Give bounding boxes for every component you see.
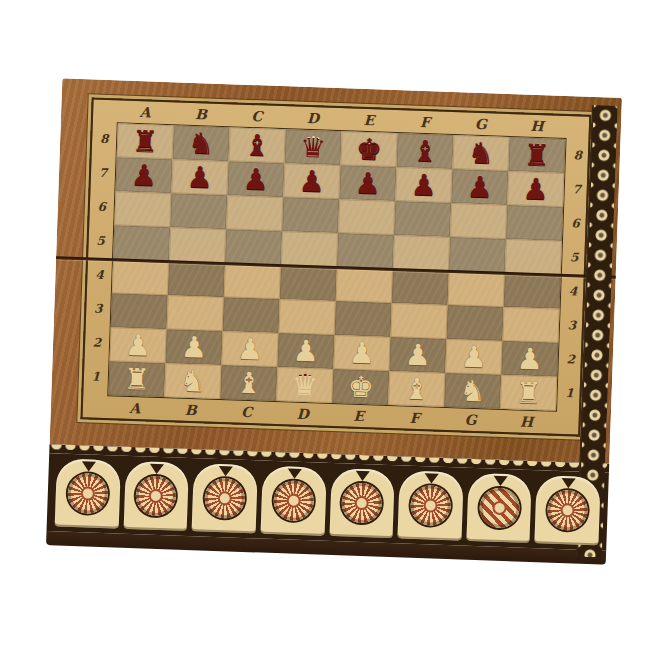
file-label-b-bottom: B xyxy=(162,398,219,422)
square-f5[interactable] xyxy=(392,235,449,271)
square-h1[interactable]: ♜ xyxy=(500,375,557,411)
sunburst-rosette-icon xyxy=(135,475,176,516)
rank-label-2-right: 2 xyxy=(558,342,583,377)
square-b5[interactable] xyxy=(169,227,226,263)
piece-light-pawn[interactable]: ♟ xyxy=(292,334,319,369)
pineapple-rosette-icon xyxy=(478,487,519,528)
square-a3[interactable] xyxy=(110,293,167,329)
piece-light-bishop[interactable]: ♝ xyxy=(403,371,430,406)
piece-dark-knight[interactable]: ♞ xyxy=(187,126,214,161)
square-g6[interactable] xyxy=(450,203,507,239)
rank-label-7-left: 7 xyxy=(90,155,115,190)
square-b1[interactable]: ♞ xyxy=(164,363,221,399)
piece-light-pawn[interactable]: ♟ xyxy=(236,332,263,367)
square-e1[interactable]: ♚ xyxy=(332,369,389,405)
rank-label-5-left: 5 xyxy=(88,223,113,258)
frame-corner xyxy=(82,395,107,418)
piece-dark-pawn[interactable]: ♟ xyxy=(354,166,381,201)
piece-dark-bishop[interactable]: ♝ xyxy=(243,128,270,163)
file-label-e-bottom: E xyxy=(330,404,387,428)
piece-dark-pawn[interactable]: ♟ xyxy=(522,172,549,207)
rank-label-7-right: 7 xyxy=(564,172,589,207)
square-c2[interactable]: ♟ xyxy=(221,331,278,367)
piece-light-rook[interactable]: ♜ xyxy=(515,375,542,410)
square-e5[interactable] xyxy=(336,233,393,269)
sunburst-rosette-icon xyxy=(409,485,450,526)
piece-dark-knight[interactable]: ♞ xyxy=(467,136,494,171)
file-label-h-bottom: H xyxy=(498,410,555,434)
file-label-b-top: B xyxy=(172,102,229,126)
square-b4[interactable] xyxy=(167,261,224,297)
square-a5[interactable] xyxy=(113,225,170,261)
square-d3[interactable] xyxy=(278,299,335,335)
rank-label-4-left: 4 xyxy=(86,257,111,292)
square-h6[interactable] xyxy=(505,205,562,241)
wooden-box: ABCDEFGH 87654321 ♜♞♝♛♚♝♞♜♟♟♟♟♟♟♟♟♟♟♟♟♟♟… xyxy=(49,78,621,463)
piece-light-pawn[interactable]: ♟ xyxy=(460,339,487,374)
square-h4[interactable] xyxy=(503,273,560,309)
piece-dark-pawn[interactable]: ♟ xyxy=(410,168,437,203)
arch-ornament xyxy=(54,458,120,528)
square-a7[interactable]: ♟ xyxy=(115,157,172,193)
square-b3[interactable] xyxy=(166,295,223,331)
rank-label-3-right: 3 xyxy=(559,308,584,343)
square-d4[interactable] xyxy=(279,265,336,301)
square-d8[interactable]: ♛ xyxy=(284,129,341,165)
file-label-f-bottom: F xyxy=(386,406,443,430)
rank-label-5-right: 5 xyxy=(561,240,586,275)
piece-dark-pawn[interactable]: ♟ xyxy=(186,160,213,195)
square-d5[interactable] xyxy=(280,231,337,267)
square-g5[interactable] xyxy=(448,237,505,273)
square-f2[interactable]: ♟ xyxy=(389,337,446,373)
file-label-c-bottom: C xyxy=(218,400,275,424)
square-b8[interactable]: ♞ xyxy=(172,125,229,161)
sunburst-rosette-icon xyxy=(341,482,382,523)
square-c3[interactable] xyxy=(222,297,279,333)
square-e2[interactable]: ♟ xyxy=(333,335,390,371)
rank-label-1-right: 1 xyxy=(557,376,582,411)
square-g4[interactable] xyxy=(447,271,504,307)
piece-light-rook[interactable]: ♜ xyxy=(123,362,150,397)
square-f1[interactable]: ♝ xyxy=(388,371,445,407)
piece-dark-pawn[interactable]: ♟ xyxy=(130,158,157,193)
file-label-f-top: F xyxy=(396,110,453,134)
frame-corner xyxy=(564,116,589,139)
rank-label-4-right: 4 xyxy=(560,274,585,309)
piece-dark-rook[interactable]: ♜ xyxy=(523,138,550,173)
rank-label-6-left: 6 xyxy=(89,189,114,224)
piece-light-pawn[interactable]: ♟ xyxy=(404,338,431,373)
chess-set-scene: ABCDEFGH 87654321 ♜♞♝♛♚♝♞♜♟♟♟♟♟♟♟♟♟♟♟♟♟♟… xyxy=(16,77,652,565)
square-b2[interactable]: ♟ xyxy=(165,329,222,365)
piece-light-queen[interactable]: ♛ xyxy=(291,368,318,403)
arch-ornament xyxy=(534,475,600,545)
square-h2[interactable]: ♟ xyxy=(501,341,558,377)
piece-dark-pawn[interactable]: ♟ xyxy=(298,164,325,199)
file-label-g-bottom: G xyxy=(442,408,499,432)
square-d7[interactable]: ♟ xyxy=(283,163,340,199)
file-label-g-top: G xyxy=(452,112,509,136)
square-f3[interactable] xyxy=(390,303,447,339)
piece-light-pawn[interactable]: ♟ xyxy=(516,341,543,376)
square-a8[interactable]: ♜ xyxy=(116,123,173,159)
square-g1[interactable]: ♞ xyxy=(444,373,501,409)
piece-light-knight[interactable]: ♞ xyxy=(459,373,486,408)
square-d2[interactable]: ♟ xyxy=(277,333,334,369)
square-e8[interactable]: ♚ xyxy=(340,131,397,167)
piece-light-king[interactable]: ♚ xyxy=(347,370,374,405)
file-label-c-top: C xyxy=(228,104,285,128)
piece-dark-pawn[interactable]: ♟ xyxy=(242,162,269,197)
square-h3[interactable] xyxy=(502,307,559,343)
file-label-a-top: A xyxy=(116,100,173,124)
square-h5[interactable] xyxy=(504,239,561,275)
square-f8[interactable]: ♝ xyxy=(396,133,453,169)
piece-light-pawn[interactable]: ♟ xyxy=(348,336,375,371)
square-c1[interactable]: ♝ xyxy=(220,365,277,401)
square-e3[interactable] xyxy=(334,301,391,337)
rank-label-3-left: 3 xyxy=(85,291,110,326)
arch-ornament xyxy=(260,466,326,536)
sunburst-rosette-icon xyxy=(66,473,107,514)
arch-ornament xyxy=(191,463,257,533)
square-d6[interactable] xyxy=(282,197,339,233)
square-a2[interactable]: ♟ xyxy=(109,327,166,363)
file-label-e-top: E xyxy=(340,108,397,132)
square-g3[interactable] xyxy=(446,305,503,341)
square-f6[interactable] xyxy=(394,201,451,237)
square-g7[interactable]: ♟ xyxy=(451,169,508,205)
arch-ornament xyxy=(329,468,395,538)
square-h7[interactable]: ♟ xyxy=(507,171,564,207)
rank-label-6-right: 6 xyxy=(562,206,587,241)
square-f4[interactable] xyxy=(391,269,448,305)
piece-dark-king[interactable]: ♚ xyxy=(355,132,382,167)
square-c4[interactable] xyxy=(223,263,280,299)
arch-ornament xyxy=(123,461,189,531)
square-b7[interactable]: ♟ xyxy=(171,159,228,195)
piece-dark-queen[interactable]: ♛ xyxy=(299,130,326,165)
piece-light-bishop[interactable]: ♝ xyxy=(235,366,262,401)
square-a4[interactable] xyxy=(111,259,168,295)
square-f7[interactable]: ♟ xyxy=(395,167,452,203)
arch-ornament xyxy=(397,470,463,540)
frame-corner xyxy=(554,412,579,435)
square-a1[interactable]: ♜ xyxy=(108,361,165,397)
arch-ornament xyxy=(466,473,532,543)
square-c7[interactable]: ♟ xyxy=(227,161,284,197)
rank-label-8-right: 8 xyxy=(565,138,590,173)
piece-dark-rook[interactable]: ♜ xyxy=(131,124,158,159)
piece-light-pawn[interactable]: ♟ xyxy=(180,330,207,365)
file-label-d-bottom: D xyxy=(274,402,331,426)
sunburst-rosette-icon xyxy=(547,490,588,531)
square-g8[interactable]: ♞ xyxy=(452,135,509,171)
square-c6[interactable] xyxy=(226,195,283,231)
rank-label-1-left: 1 xyxy=(83,359,108,394)
file-label-d-top: D xyxy=(284,106,341,130)
sunburst-rosette-icon xyxy=(272,480,313,521)
square-e6[interactable] xyxy=(338,199,395,235)
rank-label-2-left: 2 xyxy=(84,325,109,360)
piece-dark-bishop[interactable]: ♝ xyxy=(411,134,438,169)
piece-light-knight[interactable]: ♞ xyxy=(179,364,206,399)
square-e4[interactable] xyxy=(335,267,392,303)
piece-dark-pawn[interactable]: ♟ xyxy=(466,170,493,205)
file-label-h-top: H xyxy=(508,114,565,138)
square-c5[interactable] xyxy=(224,229,281,265)
file-label-a-bottom: A xyxy=(106,396,163,420)
square-c8[interactable]: ♝ xyxy=(228,127,285,163)
square-a6[interactable] xyxy=(114,191,171,227)
square-h8[interactable]: ♜ xyxy=(508,137,565,173)
rank-label-8-left: 8 xyxy=(91,121,116,156)
square-d1[interactable]: ♛ xyxy=(276,367,333,403)
piece-light-pawn[interactable]: ♟ xyxy=(124,328,151,363)
square-g2[interactable]: ♟ xyxy=(445,339,502,375)
sunburst-rosette-icon xyxy=(204,478,245,519)
square-e7[interactable]: ♟ xyxy=(339,165,396,201)
square-b6[interactable] xyxy=(170,193,227,229)
frame-corner xyxy=(92,99,117,122)
